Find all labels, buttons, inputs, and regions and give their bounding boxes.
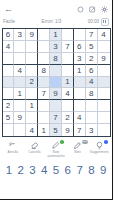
cell-r4c4[interactable]: 8 xyxy=(38,65,50,77)
cell-r8c9[interactable] xyxy=(98,112,110,124)
cell-r5c4[interactable] xyxy=(38,77,50,89)
cell-r2c6[interactable]: 7 xyxy=(62,41,74,53)
cell-r5c7[interactable] xyxy=(74,77,86,89)
cell-r9c5[interactable]: 5 xyxy=(50,124,62,136)
cell-r6c6[interactable]: 4 xyxy=(62,88,74,100)
settings-gear-icon[interactable] xyxy=(101,6,108,13)
cell-r7c2[interactable] xyxy=(14,100,26,112)
cell-r3c5[interactable]: 8 xyxy=(50,53,62,65)
app-bar: ← xyxy=(0,0,112,16)
cell-r3c7[interactable]: 3 xyxy=(74,53,86,65)
game-toolbar: Annulla Cancella Note automatiche OFF No… xyxy=(0,137,112,158)
cell-r8c7[interactable]: 4 xyxy=(74,112,86,124)
cell-r3c3[interactable] xyxy=(26,53,38,65)
erase-button[interactable]: Cancella xyxy=(24,141,46,158)
cell-r4c3[interactable] xyxy=(26,65,38,77)
timer: 00:00 xyxy=(88,19,99,24)
hint-bulb-icon xyxy=(95,141,104,150)
cell-r7c3[interactable]: 1 xyxy=(26,100,38,112)
cell-r7c8[interactable] xyxy=(86,100,98,112)
cell-r1c8[interactable]: 7 xyxy=(86,29,98,41)
cell-r9c7[interactable]: 7 xyxy=(74,124,86,136)
sudoku-board: 6391744376583294816214179482159724415973 xyxy=(2,28,111,137)
cell-r7c5[interactable] xyxy=(50,100,62,112)
eraser-icon xyxy=(30,141,39,150)
cell-r3c2[interactable] xyxy=(14,53,26,65)
number-pad: 123456789 xyxy=(0,158,112,176)
cell-r2c9[interactable] xyxy=(98,41,110,53)
cell-r9c1[interactable] xyxy=(3,124,15,136)
cell-r6c2[interactable]: 1 xyxy=(14,88,26,100)
auto-notes-on-badge xyxy=(60,140,64,144)
cell-r4c7[interactable]: 1 xyxy=(74,65,86,77)
cell-r7c7[interactable] xyxy=(74,100,86,112)
cell-r5c6[interactable]: 1 xyxy=(62,77,74,89)
cell-r3c4[interactable] xyxy=(38,53,50,65)
cell-r8c1[interactable]: 5 xyxy=(3,112,15,124)
erase-label: Cancella xyxy=(28,151,40,155)
cell-r7c4[interactable] xyxy=(38,100,50,112)
cell-r3c9[interactable]: 9 xyxy=(98,53,110,65)
cell-r5c8[interactable]: 4 xyxy=(86,77,98,89)
cell-r3c8[interactable]: 2 xyxy=(86,53,98,65)
cell-r2c5[interactable]: 3 xyxy=(50,41,62,53)
cell-r1c3[interactable]: 9 xyxy=(26,29,38,41)
notes-label: Note xyxy=(74,151,81,155)
cell-r9c4[interactable]: 1 xyxy=(38,124,50,136)
cell-r7c6[interactable] xyxy=(62,100,74,112)
cell-r1c2[interactable]: 3 xyxy=(14,29,26,41)
undo-icon xyxy=(8,141,17,150)
cell-r4c9[interactable] xyxy=(98,65,110,77)
cell-r2c3[interactable] xyxy=(26,41,38,53)
theme-circle-icon[interactable] xyxy=(77,6,84,13)
cell-r8c2[interactable]: 9 xyxy=(14,112,26,124)
cell-r2c4[interactable] xyxy=(38,41,50,53)
pause-icon[interactable] xyxy=(101,18,109,26)
cell-r9c9[interactable] xyxy=(98,124,110,136)
cell-r5c3[interactable]: 2 xyxy=(26,77,38,89)
cell-r1c1[interactable]: 6 xyxy=(3,29,15,41)
cell-r6c3[interactable] xyxy=(26,88,38,100)
cell-r6c1[interactable] xyxy=(3,88,15,100)
errors-counter: Errori: 1/3 xyxy=(41,19,61,24)
cell-r5c5[interactable] xyxy=(50,77,62,89)
cell-r6c9[interactable] xyxy=(98,88,110,100)
cell-r6c5[interactable]: 9 xyxy=(50,88,62,100)
cell-r1c9[interactable]: 4 xyxy=(98,29,110,41)
numpad-key-1[interactable]: 1 xyxy=(3,164,15,176)
undo-button[interactable]: Annulla xyxy=(2,141,24,158)
cell-r8c6[interactable]: 2 xyxy=(62,112,74,124)
hint-count-badge xyxy=(104,140,108,144)
numpad-key-7[interactable]: 7 xyxy=(74,164,86,176)
cell-r9c6[interactable]: 9 xyxy=(62,124,74,136)
notes-pencil-icon xyxy=(73,141,82,150)
cell-r8c5[interactable]: 7 xyxy=(50,112,62,124)
cell-r1c4[interactable] xyxy=(38,29,50,41)
numpad-key-2[interactable]: 2 xyxy=(15,164,27,176)
auto-notes-label: Note automatiche xyxy=(45,151,66,158)
numpad-key-3[interactable]: 3 xyxy=(27,164,39,176)
notes-off-badge: OFF xyxy=(82,140,89,144)
numpad-key-6[interactable]: 6 xyxy=(62,164,74,176)
cell-r5c1[interactable] xyxy=(3,77,15,89)
cell-r9c3[interactable]: 4 xyxy=(26,124,38,136)
cell-r8c8[interactable] xyxy=(86,112,98,124)
cell-r2c7[interactable]: 6 xyxy=(74,41,86,53)
undo-label: Annulla xyxy=(7,151,18,155)
auto-notes-pencil-icon xyxy=(51,141,60,150)
cell-r3c6[interactable] xyxy=(62,53,74,65)
cell-r2c1[interactable]: 4 xyxy=(3,41,15,53)
cell-r4c2[interactable]: 4 xyxy=(14,65,26,77)
cell-r8c4[interactable] xyxy=(38,112,50,124)
cell-r5c9[interactable] xyxy=(98,77,110,89)
cell-r5c2[interactable] xyxy=(14,77,26,89)
cell-r1c7[interactable] xyxy=(74,29,86,41)
difficulty-label: Facile xyxy=(3,19,15,24)
cell-r7c9[interactable] xyxy=(98,100,110,112)
cell-r2c2[interactable] xyxy=(14,41,26,53)
numpad-key-4[interactable]: 4 xyxy=(38,164,50,176)
numpad-key-8[interactable]: 8 xyxy=(85,164,97,176)
cell-r1c6[interactable] xyxy=(62,29,74,41)
status-row: Facile Errori: 1/3 00:00 xyxy=(0,16,112,27)
cell-r4c6[interactable] xyxy=(62,65,74,77)
cell-r4c1[interactable] xyxy=(3,65,15,77)
hint-label: Suggerimenti xyxy=(90,151,109,155)
cell-r6c4[interactable]: 7 xyxy=(38,88,50,100)
cell-r6c8[interactable]: 8 xyxy=(86,88,98,100)
numpad-key-9[interactable]: 9 xyxy=(97,164,109,176)
cell-r9c2[interactable] xyxy=(14,124,26,136)
cell-r4c5[interactable] xyxy=(50,65,62,77)
cell-r9c8[interactable]: 3 xyxy=(86,124,98,136)
cell-r1c5[interactable]: 1 xyxy=(50,29,62,41)
cell-r6c7[interactable] xyxy=(74,88,86,100)
numpad-key-5[interactable]: 5 xyxy=(50,164,62,176)
cell-r8c3[interactable] xyxy=(26,112,38,124)
hint-button[interactable]: Suggerimenti xyxy=(88,141,110,158)
cell-r3c1[interactable] xyxy=(3,53,15,65)
cell-r7c1[interactable]: 2 xyxy=(3,100,15,112)
cell-r2c8[interactable]: 5 xyxy=(86,41,98,53)
edit-square-icon[interactable] xyxy=(89,6,96,13)
cell-r4c8[interactable]: 6 xyxy=(86,65,98,77)
notes-button[interactable]: OFF Note xyxy=(67,141,89,158)
back-arrow-icon[interactable]: ← xyxy=(4,5,13,14)
auto-notes-button[interactable]: Note automatiche xyxy=(45,141,67,158)
